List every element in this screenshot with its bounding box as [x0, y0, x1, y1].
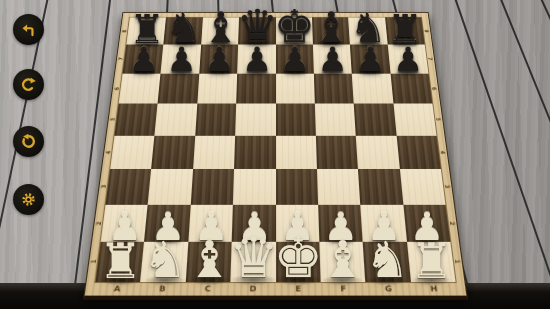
white-bishop-c1[interactable]: ♝ [187, 236, 232, 287]
square-d4[interactable] [234, 136, 275, 170]
black-pawn-f7[interactable]: ♟ [318, 43, 348, 77]
square-f3[interactable] [317, 169, 361, 205]
rotate-counterclockwise-button[interactable] [13, 126, 44, 157]
settings-button[interactable] [13, 184, 44, 215]
white-queen-d1[interactable]: ♛ [229, 232, 278, 287]
square-f5[interactable] [315, 104, 356, 136]
square-g5[interactable] [354, 104, 396, 136]
back-button[interactable] [13, 14, 44, 45]
rank-label: 6 [97, 85, 136, 91]
rotate-clockwise-arrow-icon [19, 75, 38, 94]
white-rook-h1[interactable]: ♜ [410, 238, 453, 286]
white-knight-g1[interactable]: ♞ [365, 237, 409, 287]
rank-label: 4 [88, 149, 129, 156]
white-king-e1[interactable]: ♚ [274, 232, 323, 287]
square-f4[interactable] [316, 136, 358, 170]
square-b3[interactable] [148, 169, 193, 205]
square-g4[interactable] [356, 136, 400, 170]
rotate-clockwise-button[interactable] [13, 69, 44, 100]
black-pawn-c7[interactable]: ♟ [204, 43, 234, 77]
square-c4[interactable] [193, 136, 235, 170]
rank-label: 6 [415, 85, 454, 91]
square-b4[interactable] [151, 136, 195, 170]
square-e5[interactable] [276, 104, 316, 136]
square-b5[interactable] [155, 104, 197, 136]
square-c5[interactable] [195, 104, 236, 136]
white-rook-a1[interactable]: ♜ [99, 238, 142, 286]
square-c3[interactable] [191, 169, 235, 205]
black-pawn-b7[interactable]: ♟ [166, 43, 196, 77]
rank-label: 3 [83, 183, 125, 190]
turn-left-arrow-icon [19, 20, 38, 39]
square-d5[interactable] [235, 104, 275, 136]
rank-label: 3 [426, 183, 468, 190]
white-knight-b1[interactable]: ♞ [143, 237, 187, 287]
square-e4[interactable] [276, 136, 317, 170]
black-pawn-d7[interactable]: ♟ [242, 43, 272, 77]
chess-app-screen: ABCDEFGH 87654321 87654321 ♜♞♝♛♚♝♞♜♟♟♟♟♟… [0, 0, 550, 309]
black-pawn-e7[interactable]: ♟ [280, 43, 310, 77]
rotate-counterclockwise-arrow-icon [19, 132, 38, 151]
gear-icon [19, 190, 38, 209]
square-e3[interactable] [276, 169, 318, 205]
white-bishop-f1[interactable]: ♝ [320, 236, 365, 287]
square-d3[interactable] [233, 169, 275, 205]
black-pawn-h7[interactable]: ♟ [393, 43, 423, 77]
rank-label: 5 [93, 116, 133, 122]
square-g3[interactable] [358, 169, 403, 205]
rank-label: 4 [422, 149, 463, 156]
black-pawn-g7[interactable]: ♟ [355, 43, 385, 77]
black-pawn-a7[interactable]: ♟ [129, 43, 159, 77]
rank-label: 5 [418, 116, 458, 122]
